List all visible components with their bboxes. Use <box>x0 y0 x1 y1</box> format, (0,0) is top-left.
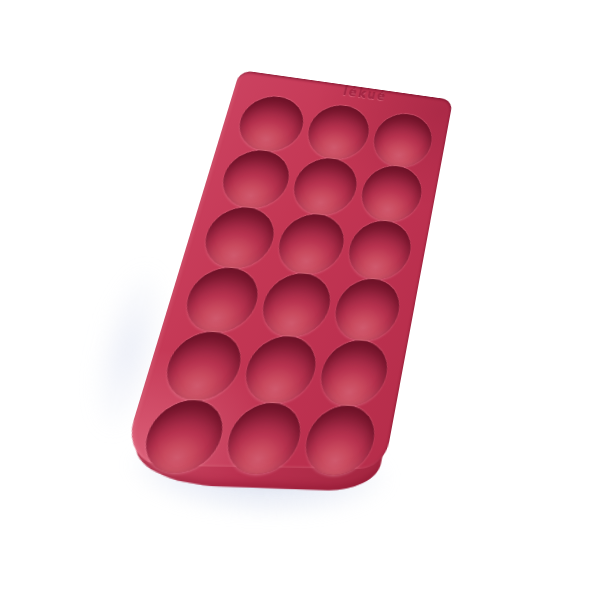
ice-cube-tray: lékué <box>120 70 453 469</box>
cavity-r2c2 <box>288 155 362 217</box>
cavity-r5c2 <box>238 335 322 405</box>
cavity-r2c1 <box>216 147 295 211</box>
cavity-r4c2 <box>256 271 336 338</box>
cavity-r3c1 <box>198 204 281 270</box>
cavity-r1c2 <box>302 102 374 162</box>
cavity-r1c1 <box>233 93 310 154</box>
cavity-r4c3 <box>329 277 404 343</box>
cavity-r4c1 <box>179 265 265 334</box>
cavity-r5c3 <box>315 339 393 407</box>
scene: lékué <box>0 0 600 600</box>
cavity-r1c3 <box>369 111 436 170</box>
cavity-r3c2 <box>272 212 349 277</box>
cavity-r5c1 <box>158 330 248 401</box>
cavity-r3c3 <box>343 218 415 281</box>
cavity-r2c3 <box>356 163 426 224</box>
